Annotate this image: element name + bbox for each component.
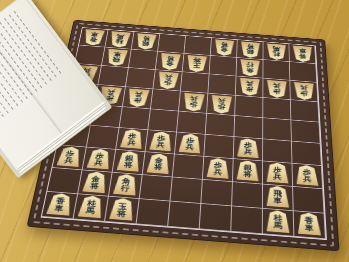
sente-pawn[interactable]: 歩兵	[237, 137, 259, 158]
gote-pawn[interactable]: 歩兵	[239, 78, 260, 96]
square-5-6[interactable]: 歩兵	[175, 132, 206, 156]
gote-king[interactable]: 王将	[186, 55, 207, 73]
square-8-9[interactable]: 桂馬	[73, 194, 108, 222]
gote-pawn[interactable]: 歩兵	[210, 95, 232, 114]
square-2-6[interactable]	[263, 139, 292, 163]
piece-kanji: 馬	[116, 33, 124, 39]
piece-kanji: 車	[273, 197, 282, 205]
square-8-6[interactable]	[87, 126, 120, 150]
piece-kanji: 兵	[106, 88, 115, 95]
square-4-4[interactable]: 歩兵	[207, 94, 236, 116]
sente-knight[interactable]: 桂馬	[266, 209, 290, 233]
gote-lance[interactable]: 香車	[82, 29, 105, 46]
piece-kanji: 兵	[64, 157, 74, 165]
square-3-7[interactable]: 銀将	[233, 159, 263, 184]
sente-lance[interactable]: 香車	[46, 192, 74, 216]
square-5-4[interactable]: 歩兵	[179, 91, 208, 113]
piece-kanji: 兵	[189, 95, 197, 102]
square-6-8[interactable]	[140, 175, 173, 201]
gote-silver[interactable]: 銀将	[135, 33, 157, 50]
square-6-7[interactable]: 金将	[143, 152, 175, 177]
square-1-8[interactable]	[293, 187, 324, 214]
piece-kanji: 車	[305, 225, 314, 234]
piece-kanji: 兵	[134, 91, 143, 98]
square-1-2[interactable]	[290, 62, 317, 83]
square-9-1[interactable]: 香車	[79, 28, 109, 48]
square-1-7[interactable]: 歩兵	[292, 164, 323, 190]
square-3-3[interactable]: 歩兵	[236, 76, 264, 97]
piece-kanji: 行	[120, 185, 130, 193]
square-6-3[interactable]: 歩兵	[153, 70, 182, 91]
gote-gold[interactable]: 金将	[159, 53, 181, 71]
square-2-4[interactable]	[263, 98, 291, 120]
piece-kanji: 兵	[213, 169, 222, 177]
square-2-9[interactable]: 桂馬	[263, 209, 295, 237]
piece-kanji: 兵	[300, 84, 308, 91]
square-5-5[interactable]	[177, 111, 207, 134]
square-8-3[interactable]	[98, 66, 128, 87]
gote-silver[interactable]: 銀将	[240, 41, 260, 58]
square-3-1[interactable]: 銀将	[237, 40, 263, 60]
piece-kanji: 兵	[303, 176, 312, 184]
piece-kanji: 将	[116, 210, 126, 219]
sente-pawn[interactable]: 歩兵	[206, 157, 229, 179]
piece-kanji: 車	[90, 31, 98, 37]
square-6-2[interactable]: 金将	[156, 52, 185, 73]
square-2-3[interactable]: 歩兵	[263, 78, 290, 100]
square-8-7[interactable]: 歩兵	[82, 147, 116, 172]
piece-kanji: 馬	[85, 207, 95, 215]
square-4-7[interactable]: 歩兵	[203, 157, 234, 182]
square-7-2[interactable]	[129, 49, 158, 69]
square-7-3[interactable]	[126, 68, 156, 89]
gote-knight[interactable]: 桂馬	[108, 31, 130, 48]
square-7-9[interactable]: 玉将	[105, 197, 140, 225]
square-7-4[interactable]: 歩兵	[123, 87, 154, 109]
piece-kanji: 将	[142, 35, 150, 41]
square-7-5[interactable]	[119, 107, 150, 130]
gote-gold[interactable]: 金将	[214, 39, 234, 56]
square-1-1[interactable]: 香車	[289, 44, 316, 64]
square-4-6[interactable]	[204, 135, 234, 159]
gote-pawn[interactable]: 歩兵	[126, 89, 149, 108]
square-2-7[interactable]: 歩兵	[263, 161, 293, 187]
sente-silver[interactable]: 銀将	[116, 150, 141, 172]
sente-lance[interactable]: 香車	[297, 212, 321, 236]
piece-kanji: 車	[298, 47, 306, 53]
sente-pawn[interactable]: 歩兵	[86, 148, 112, 170]
piece-kanji: 将	[220, 41, 228, 47]
square-4-8[interactable]	[201, 180, 233, 207]
piece-kanji: 将	[166, 55, 174, 61]
sente-pawn[interactable]: 歩兵	[178, 133, 201, 154]
square-8-1[interactable]: 桂馬	[105, 30, 134, 50]
sente-gold[interactable]: 金将	[82, 171, 108, 194]
square-3-2[interactable]: 角行	[236, 58, 263, 79]
sente-pawn[interactable]: 歩兵	[296, 164, 319, 186]
square-3-5[interactable]	[234, 116, 263, 139]
piece-kanji: 兵	[217, 97, 225, 104]
piece-kanji: 車	[113, 51, 121, 57]
piece-kanji: 兵	[127, 139, 136, 146]
square-1-9[interactable]: 香車	[294, 211, 326, 239]
piece-kanji: 兵	[245, 80, 253, 86]
square-3-6[interactable]: 歩兵	[234, 137, 263, 161]
square-6-6[interactable]: 歩兵	[145, 130, 176, 154]
square-8-2[interactable]: 飛車	[102, 47, 132, 67]
square-9-2[interactable]	[75, 45, 105, 65]
square-6-9[interactable]	[137, 199, 171, 227]
square-5-2[interactable]: 王将	[183, 54, 211, 75]
square-4-2[interactable]	[210, 56, 238, 77]
square-5-9[interactable]	[168, 201, 201, 229]
sente-gold[interactable]: 金将	[146, 153, 170, 175]
gote-bishop[interactable]: 角行	[239, 59, 259, 77]
square-7-6[interactable]: 歩兵	[116, 128, 148, 152]
piece-kanji: 車	[54, 205, 64, 213]
piece-kanji: 将	[89, 183, 99, 191]
sente-bishop[interactable]: 角行	[113, 173, 139, 196]
sente-silver[interactable]: 銀将	[236, 160, 259, 182]
piece-kanji: 兵	[164, 73, 172, 79]
board-grid: 香車桂馬銀将金将銀将桂馬香車飛車金将王将角行歩兵歩兵歩兵歩兵歩兵歩兵歩兵歩兵歩兵…	[41, 27, 327, 240]
square-4-1[interactable]: 金将	[211, 38, 238, 58]
piece-kanji: 将	[192, 57, 200, 63]
square-7-8[interactable]: 角行	[109, 173, 143, 199]
square-7-7[interactable]: 銀将	[113, 150, 146, 175]
square-4-5[interactable]	[206, 114, 235, 137]
square-1-5[interactable]	[291, 120, 320, 143]
piece-kanji: 将	[124, 162, 133, 170]
piece-kanji: 行	[246, 61, 254, 67]
square-2-8[interactable]: 飛車	[263, 184, 294, 211]
gote-pawn[interactable]: 歩兵	[182, 93, 204, 112]
square-1-6[interactable]	[292, 141, 322, 165]
square-2-2[interactable]	[263, 60, 290, 81]
square-5-3[interactable]	[181, 72, 210, 93]
sente-king[interactable]: 玉将	[109, 197, 135, 221]
square-2-1[interactable]: 桂馬	[263, 42, 289, 62]
square-9-8[interactable]	[47, 168, 82, 194]
sente-pawn[interactable]: 歩兵	[149, 131, 173, 152]
square-7-1[interactable]: 銀将	[132, 32, 161, 52]
piece-kanji: 兵	[273, 82, 281, 88]
piece-kanji: 将	[246, 43, 253, 49]
piece-kanji: 兵	[156, 142, 165, 149]
square-6-4[interactable]	[151, 89, 181, 111]
gote-rook[interactable]: 飛車	[105, 49, 128, 67]
square-5-7[interactable]	[173, 154, 205, 179]
sente-pawn[interactable]: 歩兵	[266, 162, 289, 184]
square-3-8[interactable]	[232, 182, 263, 209]
square-5-1[interactable]	[184, 36, 211, 56]
square-8-8[interactable]: 金将	[78, 170, 113, 196]
piece-kanji: 馬	[274, 222, 283, 231]
square-6-1[interactable]	[158, 34, 186, 54]
sente-pawn[interactable]: 歩兵	[120, 128, 144, 149]
sente-rook[interactable]: 飛車	[266, 185, 289, 208]
piece-kanji: 将	[153, 164, 162, 172]
gote-pawn[interactable]: 歩兵	[266, 80, 287, 99]
sente-pawn[interactable]: 歩兵	[56, 146, 82, 168]
gote-lance[interactable]: 香車	[292, 45, 312, 62]
square-4-9[interactable]	[200, 204, 232, 232]
square-5-8[interactable]	[170, 177, 202, 204]
gote-knight[interactable]: 桂馬	[266, 43, 286, 60]
square-3-9[interactable]	[231, 206, 263, 234]
piece-kanji: 将	[243, 171, 252, 179]
square-1-3[interactable]: 歩兵	[290, 81, 318, 103]
gote-pawn[interactable]: 歩兵	[156, 71, 178, 89]
square-4-3[interactable]	[208, 74, 236, 95]
square-9-7[interactable]: 歩兵	[52, 145, 86, 170]
piece-kanji: 兵	[94, 159, 104, 167]
gote-pawn[interactable]: 歩兵	[293, 82, 314, 101]
square-6-5[interactable]	[148, 109, 179, 132]
square-9-9[interactable]: 香車	[42, 192, 78, 220]
piece-kanji: 兵	[273, 174, 281, 182]
piece-kanji: 馬	[272, 45, 279, 51]
square-2-5[interactable]	[263, 118, 292, 141]
photo-scene: 香車桂馬銀将金将銀将桂馬香車飛車金将王将角行歩兵歩兵歩兵歩兵歩兵歩兵歩兵歩兵歩兵…	[0, 0, 349, 262]
square-3-4[interactable]	[235, 96, 263, 118]
piece-kanji: 兵	[185, 144, 194, 151]
sente-knight[interactable]: 桂馬	[77, 195, 104, 219]
piece-kanji: 兵	[244, 149, 252, 156]
square-1-4[interactable]	[291, 100, 320, 122]
